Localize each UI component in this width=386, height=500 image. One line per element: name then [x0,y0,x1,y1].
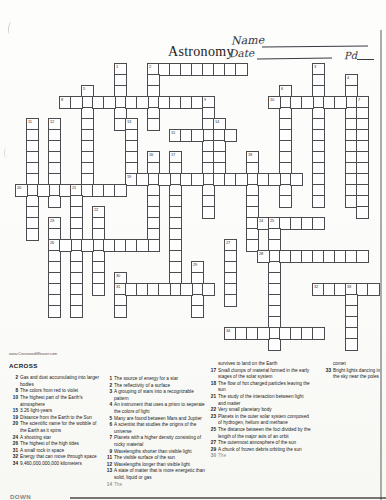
clue-text: An instrument that uses a prism to seper… [114,402,205,415]
grid-cell[interactable] [136,96,149,109]
clue-number [322,361,333,368]
grid-cell[interactable] [224,129,237,142]
grid-cell[interactable] [345,338,358,351]
grid-cell[interactable] [92,283,105,296]
clue-text: The scientific name for the wobble of th… [20,421,103,434]
clue-number: 19 [9,415,20,422]
grid-cell[interactable] [70,305,83,318]
clue-number: 23 [207,414,218,427]
down-clues-column-3: comet33Bright lights dancing in the sky … [322,361,382,381]
cell-number: 5 [83,87,85,91]
clue-continuation: survives to land on the Earth [207,361,311,368]
grid-cell[interactable] [37,184,50,197]
grid-cell[interactable] [180,283,193,296]
clue-10: 10The highest part of the Earth's atmosp… [9,395,103,408]
cell-number: 32 [314,285,318,289]
across-clues-column: www.CrosswordWeaver.com ACROSS 2Gas and … [9,351,103,468]
grid-cell[interactable] [136,239,149,252]
clue-number: 26 [9,441,20,448]
clue-number: 21 [207,394,218,407]
clue-number: 4 [103,402,114,415]
across-header: ACROSS [9,363,103,370]
grid-cell[interactable] [356,250,369,263]
clue-text: A grouping of stars into a recognizable … [114,389,205,402]
clue-continuation: comet [322,361,382,368]
clue-number: 9 [103,449,114,456]
clue-text: Planets with a higher density consisting… [114,435,205,448]
clue-number: 32 [9,454,20,461]
cell-number: 16 [149,153,153,157]
clue-2: 2The reflectivity of a surface [103,383,205,390]
cell-number: 11 [28,120,32,124]
clue-text: comet [333,361,382,368]
clue-text: The visible surface of the sun [114,455,205,462]
cell-number: 19 [127,175,131,179]
clue-number: 7 [103,435,114,448]
clue-number: 5 [103,416,114,423]
clue-number: 24 [9,435,20,442]
pd-field[interactable] [357,59,374,60]
grid-cell[interactable] [312,195,325,208]
cell-number: 34 [226,329,230,333]
cell-number: 18 [248,153,252,157]
clue-11: 11The visible surface of the sun [103,455,205,462]
down-clues-column-1: 1The source of energy for a star2The ref… [103,376,205,488]
clue-number: 11 [103,455,114,462]
grid-cell[interactable] [235,173,248,186]
date-field[interactable] [257,58,332,60]
clue-text: The distance between the foci divided by… [218,427,311,440]
grid-cell[interactable] [202,283,215,296]
clue-number: 25 [207,427,218,440]
grid-cell[interactable] [26,228,39,241]
cell-number: 26 [50,241,54,245]
cell-number: 13 [127,120,131,124]
clue-text: The reflectivity of a surface [114,383,205,390]
clue-number: 8 [9,388,20,395]
clue-text: Energy that can move through space [20,454,103,461]
clue-29: 29A chunk of frozen debris orbiting the … [207,447,311,454]
crossword-weaver-credit: www.CrosswordWeaver.com [9,351,103,358]
grid-cell[interactable] [268,173,281,186]
cell-number: 29 [193,263,197,267]
clue-15: 153.26 light-years [9,408,103,415]
cell-number: 17 [171,153,175,157]
clue-text: Wavelengths longer than visible light [114,462,205,469]
clue-text: The outermost atmosphere of the sun [218,440,311,447]
clue-8: 8The colors from red to violet [9,388,103,395]
cell-number: 10 [270,98,274,102]
clue-32: 32Energy that can move through space [9,454,103,461]
clue-30: 30The [207,453,311,460]
clue-text: The study of the interaction between lig… [218,394,311,407]
cell-number: 25 [270,219,274,223]
grid-cell[interactable] [70,96,83,109]
grid-cell[interactable] [312,217,325,230]
scan-edge-line [70,497,386,499]
clue-text: Gas and dust accumulating into larger bo… [20,375,103,388]
clue-number: 18 [207,381,218,394]
cell-number: 27 [226,241,230,245]
grid-cell[interactable] [158,173,171,186]
clue-number: 22 [207,407,218,414]
grid-cell[interactable] [147,118,160,131]
grid-cell[interactable] [158,283,171,296]
clue-text: Planets in the outer solar system compos… [218,414,311,427]
scan-edge-line [380,30,382,500]
grid-cell[interactable] [59,239,72,252]
grid-cell[interactable] [356,206,369,219]
clue-27: 27The outermost atmosphere of the sun [207,440,311,447]
down-header: DOWN [10,493,31,500]
grid-cell[interactable]: 10 [268,96,281,109]
grid-cell[interactable] [301,96,314,109]
clue-text: The [218,453,311,460]
cell-number: 15 [171,131,175,135]
grid-cell[interactable] [136,173,149,186]
grid-cell[interactable] [235,63,248,76]
cell-number: 4 [347,76,349,80]
clue-number: 30 [207,453,218,460]
grid-cell[interactable] [191,305,204,318]
date-label: Date [229,47,254,60]
clue-7: 7Planets with a higher density consistin… [103,435,205,448]
cell-number: 33 [347,285,351,289]
cell-number: 23 [50,219,54,223]
cell-number: 1 [116,65,118,69]
grid-cell[interactable] [114,184,127,197]
cell-number: 3 [314,65,316,69]
clue-31: 31A small rock in space [9,448,103,455]
clue-number: 33 [322,368,333,381]
clue-text: Small clumps of material formed in the e… [218,368,311,381]
grid-cell[interactable] [257,327,270,340]
name-label: Name [231,34,264,48]
clue-text: A state of matter that is more energetic… [114,468,205,481]
clue-text: The colors from red to violet [20,388,103,395]
cell-number: 8 [61,98,63,102]
clue-14: 14The [103,482,205,489]
clue-text: Distance from the Earth to the Sun [20,415,103,422]
clue-34: 349,460,000,000,000 kilometers [9,461,103,468]
clue-25: 25The distance between the foci divided … [207,427,311,440]
clue-1: 1The source of energy for a star [103,376,205,383]
grid-cell[interactable] [81,239,94,252]
clue-text: 3.26 light-years [20,408,103,415]
clue-number: 29 [207,447,218,454]
clue-text: survives to land on the Earth [218,361,311,368]
cell-number: 12 [50,120,54,124]
grid-cell[interactable] [224,294,237,307]
cell-number: 30 [116,274,120,278]
worksheet-page: Astronomy Name Date Pd 12345678910111213… [0,0,386,500]
clue-20: 20The scientific name for the wobble of … [9,421,103,434]
clue-2: 2Gas and dust accumulating into larger b… [9,375,103,388]
cell-number: 28 [259,252,263,256]
clue-number: 2 [9,375,20,388]
clue-22: 22Very small planetary body [207,407,311,414]
grid-cell[interactable] [202,206,215,219]
clue-number: 6 [103,422,114,435]
clue-3: 3A grouping of stars into a recognizable… [103,389,205,402]
clue-number: 20 [9,421,20,434]
clue-text: Very small planetary body [218,407,311,414]
clue-18: 18The flow of hot charged particles leav… [207,381,311,394]
clue-number: 17 [207,368,218,381]
clue-text: Bright lights dancing in the sky near th… [333,368,382,381]
grid-cell[interactable] [279,195,292,208]
clue-text: The highest of the high tides [20,441,103,448]
clue-text: 9,460,000,000,000 kilometers [20,461,103,468]
clue-24: 24A shooting star [9,435,103,442]
clue-text: The highest part of the Earth's atmosphe… [20,395,103,408]
name-field[interactable] [262,45,368,47]
clue-5: 5Many are found between Mars and Jupiter [103,416,205,423]
cell-number: 24 [259,219,263,223]
clue-6: 6A scientist that studies the origins of… [103,422,205,435]
clue-text: The flow of hot charged particles leavin… [218,381,311,394]
grid-cell[interactable] [191,173,204,186]
clue-number: 13 [103,468,114,481]
clue-21: 21The study of the interaction between l… [207,394,311,407]
cell-number: 2 [149,65,151,69]
clue-12: 12Wavelengths longer than visible light [103,462,205,469]
clue-number: 3 [103,389,114,402]
clue-23: 23Planets in the outer solar system comp… [207,414,311,427]
grid-cell[interactable] [114,305,127,318]
clue-text: The source of energy for a star [114,376,205,383]
photocopy-speckle [4,148,9,158]
cell-number: 6 [281,87,283,91]
clue-number: 2 [103,383,114,390]
cell-number: 21 [72,186,76,190]
grid-cell[interactable] [191,129,204,142]
clue-17: 17Small clumps of material formed in the… [207,368,311,381]
clue-13: 13A state of matter that is more energet… [103,468,205,481]
clue-number: 1 [103,376,114,383]
clue-text: The [114,482,205,489]
clue-number [207,361,218,368]
grid-cell[interactable] [334,96,347,109]
cell-number: 7 [358,98,360,102]
cell-number: 20 [17,186,21,190]
clue-number: 14 [103,482,114,489]
clue-4: 4An instrument that uses a prism to sepe… [103,402,205,415]
grid-cell[interactable] [290,173,303,186]
photocopy-speckle [7,22,14,35]
clue-33: 33Bright lights dancing in the sky near … [322,368,382,381]
grid-cell[interactable] [103,96,116,109]
clue-text: A chunk of frozen debris orbiting the su… [218,447,311,454]
cell-number: 14 [215,120,219,124]
clue-9: 9Wavelengths shorter than visible light [103,449,205,456]
clue-19: 19Distance from the Earth to the Sun [9,415,103,422]
clue-text: Wavelengths shorter than visible light [114,449,205,456]
clue-text: A shooting star [20,435,103,442]
grid-cell[interactable]: 20 [15,184,28,197]
clue-number: 15 [9,408,20,415]
clue-number: 31 [9,448,20,455]
clue-number: 34 [9,461,20,468]
grid-cell[interactable] [48,305,61,318]
pd-label: Pd [344,50,357,61]
clue-text: A small rock in space [20,448,103,455]
page-title: Astronomy [168,44,234,60]
clue-number: 27 [207,440,218,447]
clue-text: Many are found between Mars and Jupiter [114,416,205,423]
cell-number: 22 [94,208,98,212]
clue-26: 26The highest of the high tides [9,441,103,448]
grid-cell[interactable] [312,327,325,340]
clue-number: 12 [103,462,114,469]
grid-cell[interactable]: 28 [257,250,270,263]
clue-number: 10 [9,395,20,408]
grid-cell[interactable] [367,283,380,296]
clue-text: A scientist that studies the origins of … [114,422,205,435]
down-clues-column-2: survives to land on the Earth17Small clu… [207,361,311,460]
cell-number: 31 [116,285,120,289]
cell-number: 9 [204,98,206,102]
